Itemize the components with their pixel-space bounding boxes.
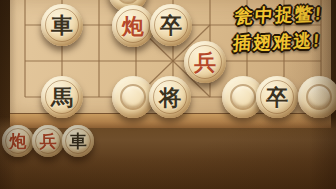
hidden-piece-back-ring [116, 0, 141, 4]
piece-character: 兵 [194, 51, 216, 73]
caption-text: 瓮中捉鳖! 插翅难逃! [232, 0, 324, 57]
piece-character: 将 [159, 86, 181, 108]
piece-tray-red-soldier[interactable]: 兵 [32, 125, 64, 157]
piece-character: 兵 [40, 133, 57, 150]
hidden-piece-back-ring [306, 84, 332, 110]
piece-tray-red-cannon[interactable]: 炮 [2, 125, 34, 157]
piece-black-soldier-b[interactable]: 卒 [256, 76, 298, 118]
caption-line-2: 插翅难逃! [232, 27, 322, 57]
piece-black-soldier-a[interactable]: 卒 [150, 4, 192, 46]
piece-character: 炮 [10, 133, 27, 150]
piece-character: 車 [70, 133, 87, 150]
hidden-piece-back-ring [230, 84, 256, 110]
piece-black-chariot[interactable]: 車 [41, 4, 83, 46]
piece-black-horse[interactable]: 馬 [41, 76, 83, 118]
piece-black-general[interactable]: 将 [149, 76, 191, 118]
caption-line-1: 瓮中捉鳖! [234, 0, 324, 30]
piece-hidden-piece-3[interactable] [298, 76, 336, 118]
piece-red-cannon[interactable]: 炮 [112, 5, 154, 47]
piece-hidden-piece-1[interactable] [112, 76, 154, 118]
piece-character: 馬 [51, 86, 73, 108]
hidden-piece-back-ring [120, 84, 146, 110]
piece-character: 卒 [160, 14, 182, 36]
piece-red-soldier[interactable]: 兵 [184, 41, 226, 83]
game-frame: 車炮卒兵馬将卒炮兵車 瓮中捉鳖! 插翅难逃! [0, 0, 336, 189]
piece-character: 卒 [266, 86, 288, 108]
piece-character: 炮 [122, 15, 144, 37]
piece-character: 車 [51, 14, 73, 36]
piece-tray-black-chariot[interactable]: 車 [62, 125, 94, 157]
